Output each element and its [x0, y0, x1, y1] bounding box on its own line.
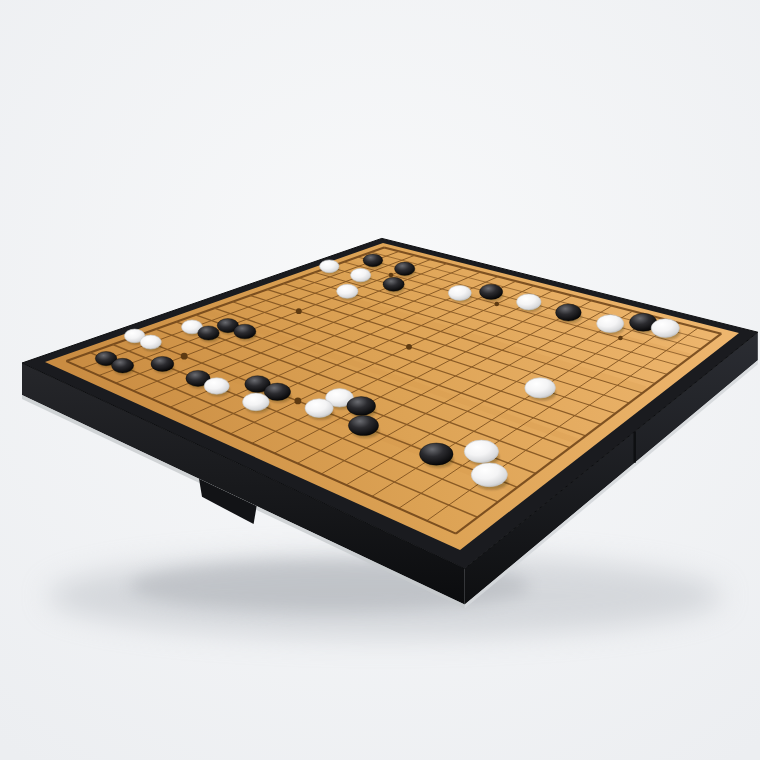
stone-black[interactable]: [348, 416, 378, 436]
stone-black[interactable]: [556, 304, 582, 321]
stone-white[interactable]: [471, 463, 507, 487]
stone-white[interactable]: [337, 284, 358, 298]
stone-white[interactable]: [597, 315, 624, 333]
stone-white[interactable]: [204, 378, 229, 394]
stone-black[interactable]: [234, 324, 256, 339]
stone-black[interactable]: [395, 262, 415, 275]
stone-white[interactable]: [140, 335, 161, 349]
stone-black[interactable]: [420, 443, 454, 465]
stone-black[interactable]: [112, 358, 134, 373]
go-board-scene: [0, 0, 760, 760]
stone-black[interactable]: [383, 277, 404, 291]
product-photo-stage: [0, 0, 760, 760]
stone-black[interactable]: [363, 254, 383, 267]
stone-white[interactable]: [525, 378, 556, 398]
stone-black[interactable]: [480, 284, 503, 299]
stone-white[interactable]: [305, 399, 333, 418]
stone-white[interactable]: [464, 440, 498, 463]
stone-black[interactable]: [347, 397, 376, 416]
stone-white[interactable]: [243, 393, 270, 411]
stone-black[interactable]: [151, 356, 174, 371]
stone-white[interactable]: [320, 260, 339, 273]
stone-white[interactable]: [351, 268, 371, 281]
go-board-svg: [0, 0, 760, 760]
stone-white[interactable]: [651, 319, 679, 338]
stone-white[interactable]: [517, 294, 541, 310]
stone-black[interactable]: [198, 326, 220, 340]
stone-white[interactable]: [448, 285, 471, 300]
